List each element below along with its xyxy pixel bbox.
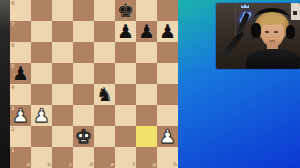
square-e2[interactable] [94, 126, 115, 147]
piece-black-king[interactable]: ♚ [115, 0, 136, 21]
square-g1[interactable]: g [136, 147, 157, 168]
square-f3[interactable] [115, 105, 136, 126]
square-h4[interactable] [157, 84, 178, 105]
square-f7[interactable]: ♟ [115, 21, 136, 42]
rank-label-6: 6 [11, 43, 14, 48]
square-a2[interactable]: 2 [10, 126, 31, 147]
piece-black-pawn[interactable]: ♟ [157, 21, 178, 42]
square-h6[interactable] [157, 42, 178, 63]
square-f2[interactable] [115, 126, 136, 147]
piece-white-pawn[interactable]: ♟ [31, 105, 52, 126]
piece-black-knight[interactable]: ♞ [94, 84, 115, 105]
square-c4[interactable] [52, 84, 73, 105]
square-f6[interactable] [115, 42, 136, 63]
square-h5[interactable] [157, 63, 178, 84]
square-d1[interactable]: d [73, 147, 94, 168]
square-d8[interactable] [73, 0, 94, 21]
square-b1[interactable]: b [31, 147, 52, 168]
square-b2[interactable] [31, 126, 52, 147]
square-f5[interactable] [115, 63, 136, 84]
square-c1[interactable]: c [52, 147, 73, 168]
square-e3[interactable] [94, 105, 115, 126]
webcam-overlay: ℘ [216, 3, 300, 69]
square-g5[interactable] [136, 63, 157, 84]
square-a4[interactable]: 4 [10, 84, 31, 105]
rank-label-2: 2 [11, 127, 14, 132]
file-label-a: a [27, 162, 30, 167]
square-g6[interactable] [136, 42, 157, 63]
square-h8[interactable] [157, 0, 178, 21]
square-c6[interactable] [52, 42, 73, 63]
square-e6[interactable] [94, 42, 115, 63]
square-a1[interactable]: 1a [10, 147, 31, 168]
square-b6[interactable] [31, 42, 52, 63]
piece-black-pawn[interactable]: ♟ [136, 21, 157, 42]
square-a6[interactable]: 6 [10, 42, 31, 63]
file-label-f: f [133, 162, 135, 167]
square-g2[interactable] [136, 126, 157, 147]
rank-label-4: 4 [11, 85, 14, 90]
mic-boom-arm [221, 30, 244, 57]
piece-black-pawn[interactable]: ♟ [115, 21, 136, 42]
piece-black-pawn[interactable]: ♟ [10, 63, 31, 84]
file-label-b: b [47, 162, 51, 167]
square-a7[interactable]: 7 [10, 21, 31, 42]
square-e7[interactable] [94, 21, 115, 42]
rank-label-1: 1 [11, 148, 14, 153]
square-e4[interactable]: ♞ [94, 84, 115, 105]
square-a5[interactable]: 5♟ [10, 63, 31, 84]
piece-white-king[interactable]: ♚ [73, 126, 94, 147]
chess-board[interactable]: 8♚7♟♟♟65♟4♞3♟♟2♚♟1abcdefgh [10, 0, 178, 168]
square-a3[interactable]: 3♟ [10, 105, 31, 126]
headphones-earcup [286, 25, 295, 39]
streamer-eye [274, 31, 278, 33]
square-g7[interactable]: ♟ [136, 21, 157, 42]
square-h3[interactable] [157, 105, 178, 126]
streamer [246, 7, 300, 69]
square-d2[interactable]: ♚ [73, 126, 94, 147]
piece-white-pawn[interactable]: ♟ [157, 126, 178, 147]
headphones-earcup [251, 23, 261, 38]
square-f1[interactable]: f [115, 147, 136, 168]
file-label-h: h [173, 162, 177, 167]
square-e5[interactable] [94, 63, 115, 84]
file-label-g: g [152, 162, 156, 167]
square-d3[interactable] [73, 105, 94, 126]
file-label-e: e [111, 162, 114, 167]
square-h7[interactable]: ♟ [157, 21, 178, 42]
square-f8[interactable]: ♚ [115, 0, 136, 21]
square-d6[interactable] [73, 42, 94, 63]
square-d5[interactable] [73, 63, 94, 84]
square-f4[interactable] [115, 84, 136, 105]
square-d7[interactable] [73, 21, 94, 42]
square-b3[interactable]: ♟ [31, 105, 52, 126]
square-c3[interactable] [52, 105, 73, 126]
square-b7[interactable] [31, 21, 52, 42]
square-c7[interactable] [52, 21, 73, 42]
square-c8[interactable] [52, 0, 73, 21]
piece-white-pawn[interactable]: ♟ [10, 105, 31, 126]
rank-label-8: 8 [11, 1, 14, 6]
file-label-c: c [69, 162, 72, 167]
streamer-shirt [246, 49, 300, 69]
square-d4[interactable] [73, 84, 94, 105]
square-c2[interactable] [52, 126, 73, 147]
streamer-eye [265, 31, 269, 33]
square-e1[interactable]: e [94, 147, 115, 168]
square-e8[interactable] [94, 0, 115, 21]
left-dark-strip [0, 0, 10, 168]
square-g4[interactable] [136, 84, 157, 105]
streamer-mouth [269, 40, 275, 42]
square-a8[interactable]: 8 [10, 0, 31, 21]
square-g3[interactable] [136, 105, 157, 126]
square-h1[interactable]: h [157, 147, 178, 168]
square-h2[interactable]: ♟ [157, 126, 178, 147]
square-c5[interactable] [52, 63, 73, 84]
square-g8[interactable] [136, 0, 157, 21]
square-b5[interactable] [31, 63, 52, 84]
file-label-d: d [89, 162, 93, 167]
square-b8[interactable] [31, 0, 52, 21]
stream-screen: 8♚7♟♟♟65♟4♞3♟♟2♚♟1abcdefgh ℘ [0, 0, 300, 168]
square-b4[interactable] [31, 84, 52, 105]
rank-label-7: 7 [11, 22, 14, 27]
